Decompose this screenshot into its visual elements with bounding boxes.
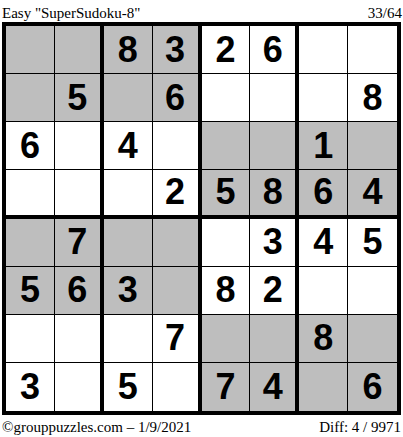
cell-r5c3-empty[interactable] — [104, 219, 153, 267]
cell-r6c2-given: 6 — [55, 267, 104, 315]
puzzle-page: Easy "SuperSudoku-8" 33/64 8326568641258… — [0, 0, 403, 437]
cell-r1c5-given: 2 — [202, 26, 251, 74]
cell-r5c8-given: 5 — [348, 219, 397, 267]
page-number: 33/64 — [368, 5, 402, 21]
cell-r6c8-empty[interactable] — [348, 267, 397, 315]
cell-r8c6-given: 4 — [250, 363, 299, 411]
cell-r8c5-given: 7 — [202, 363, 251, 411]
cell-r4c7-given: 6 — [299, 170, 348, 218]
cell-r7c6-empty[interactable] — [250, 315, 299, 363]
cell-r6c4-empty[interactable] — [153, 267, 202, 315]
cell-r3c3-given: 4 — [104, 122, 153, 170]
cell-r5c2-given: 7 — [55, 219, 104, 267]
cell-r8c1-given: 3 — [6, 363, 55, 411]
cell-r7c3-empty[interactable] — [104, 315, 153, 363]
cell-r8c8-given: 6 — [348, 363, 397, 411]
cell-r2c8-given: 8 — [348, 74, 397, 122]
cell-r3c7-given: 1 — [299, 122, 348, 170]
cell-r2c2-given: 5 — [55, 74, 104, 122]
cell-r3c6-empty[interactable] — [250, 122, 299, 170]
cell-r3c2-empty[interactable] — [55, 122, 104, 170]
cell-r1c2-empty[interactable] — [55, 26, 104, 74]
cell-r3c8-empty[interactable] — [348, 122, 397, 170]
cell-r8c7-empty[interactable] — [299, 363, 348, 411]
cell-r7c7-given: 8 — [299, 315, 348, 363]
cell-r1c7-empty[interactable] — [299, 26, 348, 74]
cell-r3c1-given: 6 — [6, 122, 55, 170]
cell-r7c4-given: 7 — [153, 315, 202, 363]
cell-r1c8-empty[interactable] — [348, 26, 397, 74]
cell-r4c1-empty[interactable] — [6, 170, 55, 218]
cell-r1c6-given: 6 — [250, 26, 299, 74]
cell-r4c6-given: 8 — [250, 170, 299, 218]
cell-r3c5-empty[interactable] — [202, 122, 251, 170]
cell-r8c4-empty[interactable] — [153, 363, 202, 411]
cell-r6c5-given: 8 — [202, 267, 251, 315]
cell-r1c4-given: 3 — [153, 26, 202, 74]
cell-r5c5-empty[interactable] — [202, 219, 251, 267]
cell-r8c3-given: 5 — [104, 363, 153, 411]
cell-r2c5-empty[interactable] — [202, 74, 251, 122]
cell-r4c5-given: 5 — [202, 170, 251, 218]
cell-r2c7-empty[interactable] — [299, 74, 348, 122]
cell-r2c3-empty[interactable] — [104, 74, 153, 122]
cell-r7c8-empty[interactable] — [348, 315, 397, 363]
cell-r5c4-empty[interactable] — [153, 219, 202, 267]
cell-r4c2-empty[interactable] — [55, 170, 104, 218]
cell-r5c1-empty[interactable] — [6, 219, 55, 267]
cell-r5c6-given: 3 — [250, 219, 299, 267]
cell-r5c7-given: 4 — [299, 219, 348, 267]
cell-r3c4-empty[interactable] — [153, 122, 202, 170]
cell-r1c3-given: 8 — [104, 26, 153, 74]
cell-r2c1-empty[interactable] — [6, 74, 55, 122]
cell-r4c3-empty[interactable] — [104, 170, 153, 218]
cell-r6c7-empty[interactable] — [299, 267, 348, 315]
cell-r4c8-given: 4 — [348, 170, 397, 218]
header: Easy "SuperSudoku-8" 33/64 — [2, 0, 402, 21]
cell-r6c6-given: 2 — [250, 267, 299, 315]
cell-r8c2-empty[interactable] — [55, 363, 104, 411]
cell-r4c4-given: 2 — [153, 170, 202, 218]
sudoku-board: 8326568641258647345563827835746 — [2, 22, 401, 415]
cell-r7c2-empty[interactable] — [55, 315, 104, 363]
difficulty-text: Diff: 4 / 9971 — [319, 419, 401, 435]
footer: ©grouppuzzles.com – 1/9/2021 Diff: 4 / 9… — [2, 415, 401, 435]
cell-r7c1-empty[interactable] — [6, 315, 55, 363]
cell-r1c1-empty[interactable] — [6, 26, 55, 74]
copyright-text: ©grouppuzzles.com – 1/9/2021 — [2, 419, 191, 435]
cell-r7c5-empty[interactable] — [202, 315, 251, 363]
cell-r6c1-given: 5 — [6, 267, 55, 315]
page-title: Easy "SuperSudoku-8" — [2, 5, 141, 21]
cell-r2c4-given: 6 — [153, 74, 202, 122]
cell-r6c3-given: 3 — [104, 267, 153, 315]
cell-r2c6-empty[interactable] — [250, 74, 299, 122]
